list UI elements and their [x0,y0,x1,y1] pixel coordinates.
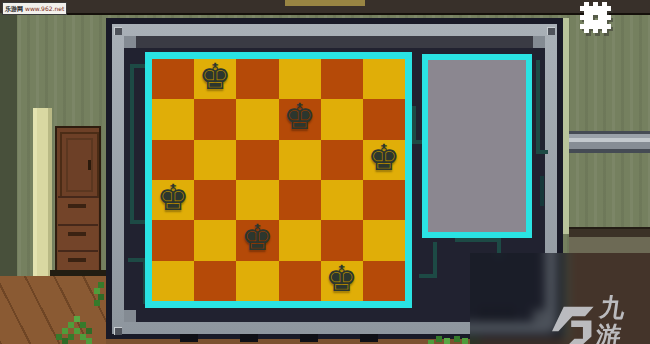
game-scene: ♚♚♚♚♚♚ 乐游网 [0,0,650,344]
plant-leaves [56,310,62,316]
frame-corner-step [533,36,545,48]
board-square-r5c4[interactable] [279,220,321,260]
frame-corner-step [124,36,136,48]
drawer-handle [68,232,86,236]
settings-button[interactable] [578,1,616,37]
cabinet-drawer [58,196,98,226]
board-square-r5c5[interactable] [321,220,363,260]
board-square-r2c5[interactable] [321,99,363,139]
board-square-r3c4[interactable] [279,140,321,180]
wooden-cabinet [55,126,101,278]
board-square-r6c3[interactable] [236,261,278,301]
board-square-r3c1[interactable] [152,140,194,180]
board-square-r4c4[interactable] [279,180,321,220]
chessboard-grid: ♚♚♚♚♚♚ [152,59,405,301]
frame-rivet [114,327,122,335]
black-king-piece[interactable]: ♚ [368,140,400,176]
board-square-r2c4[interactable]: ♚ [279,99,321,139]
drawer-handle [68,204,86,208]
wall-corner-highlight [33,108,52,278]
plant-leaves [428,334,434,340]
circuit-trace [419,274,437,278]
brand-watermark-text: 九游 [594,294,650,344]
board-square-r1c2[interactable]: ♚ [194,59,236,99]
cabinet-drawer [58,224,98,252]
wood-floor [0,276,108,344]
board-square-r1c3[interactable] [236,59,278,99]
board-square-r5c6[interactable] [363,220,405,260]
black-king-piece[interactable]: ♚ [283,99,315,135]
frame-corner-step [124,310,136,322]
piece-tray-panel[interactable] [422,54,532,238]
board-square-r6c6[interactable] [363,261,405,301]
board-square-r4c6[interactable] [363,180,405,220]
source-site-url: www.962.net [25,6,64,12]
plant-leaves [94,276,100,282]
chessboard: ♚♚♚♚♚♚ [145,52,412,308]
wall-light-glow [285,0,365,6]
board-square-r5c1[interactable] [152,220,194,260]
board-square-r2c3[interactable] [236,99,278,139]
cabinet-door [60,132,99,198]
wall-pipe [568,131,650,153]
board-square-r4c2[interactable] [194,180,236,220]
board-square-r2c6[interactable] [363,99,405,139]
board-square-r4c3[interactable] [236,180,278,220]
board-square-r6c1[interactable] [152,261,194,301]
machine-foot [240,334,258,342]
board-square-r1c5[interactable] [321,59,363,99]
circuit-trace [433,242,437,278]
board-square-r2c2[interactable] [194,99,236,139]
board-square-r4c5[interactable] [321,180,363,220]
circuit-trace [540,176,544,206]
jiuyou-g-mark-icon [552,305,595,344]
board-square-r3c2[interactable] [194,140,236,180]
drawer-handle [68,258,86,262]
machine-foot [360,334,378,342]
board-square-r2c1[interactable] [152,99,194,139]
machine-foot [180,334,198,342]
board-square-r3c5[interactable] [321,140,363,180]
circuit-trace [536,60,540,154]
frame-rivet [547,27,555,35]
board-square-r1c6[interactable] [363,59,405,99]
circuit-trace [455,238,501,242]
board-square-r4c1[interactable]: ♚ [152,180,194,220]
brand-watermark: 九游 [552,294,650,344]
black-king-piece[interactable]: ♚ [326,261,358,297]
board-square-r5c2[interactable] [194,220,236,260]
circuit-trace [412,106,416,144]
cabinet-door-handle [88,160,91,170]
board-square-r5c3[interactable]: ♚ [236,220,278,260]
gear-icon [578,1,616,37]
machine-edge-highlight [563,18,569,234]
circuit-trace [536,150,548,154]
machine-foot [300,334,318,342]
black-king-piece[interactable]: ♚ [157,180,189,216]
source-badge: 乐游网 www.962.net [2,2,67,15]
circuit-trace [130,64,134,224]
board-square-r1c4[interactable] [279,59,321,99]
frame-rivet [114,27,122,35]
black-king-piece[interactable]: ♚ [199,59,231,95]
black-king-piece[interactable]: ♚ [241,220,273,256]
board-square-r6c5[interactable]: ♚ [321,261,363,301]
board-square-r1c1[interactable] [152,59,194,99]
source-site-name: 乐游网 [5,6,23,12]
board-square-r6c2[interactable] [194,261,236,301]
board-square-r3c6[interactable]: ♚ [363,140,405,180]
machine-inner-shade [124,36,545,48]
board-square-r3c3[interactable] [236,140,278,180]
board-square-r6c4[interactable] [279,261,321,301]
